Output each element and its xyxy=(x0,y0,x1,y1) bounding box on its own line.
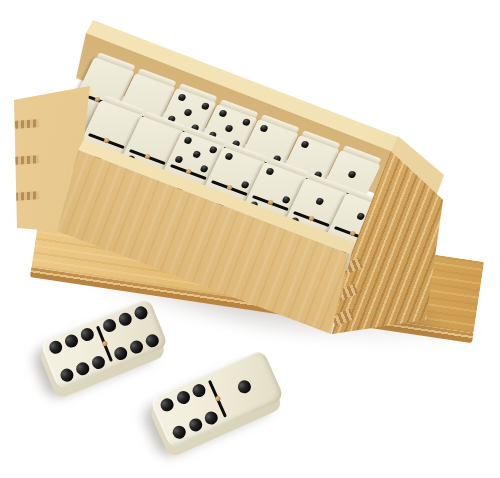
domino-pip xyxy=(225,151,235,160)
finger-joint xyxy=(15,155,39,165)
domino-pip xyxy=(79,326,96,343)
domino-pip xyxy=(128,339,145,356)
domino-pip xyxy=(132,305,149,322)
tile-thickness-edge xyxy=(307,173,349,193)
domino-pip xyxy=(144,332,161,349)
domino-pip xyxy=(203,410,220,427)
domino-pip xyxy=(174,155,184,164)
domino-pip xyxy=(63,333,80,350)
domino-pip xyxy=(209,145,219,154)
domino-pip xyxy=(158,396,175,413)
finger-joint xyxy=(15,119,39,129)
brass-spinner xyxy=(103,138,110,144)
finger-joint xyxy=(15,191,39,201)
domino-pip xyxy=(171,424,188,441)
domino-pip xyxy=(112,345,129,362)
dominoes-product-photo xyxy=(0,0,500,478)
brass-spinner xyxy=(267,200,274,206)
brass-spinner xyxy=(308,215,315,221)
domino-pip xyxy=(47,339,64,356)
domino-pip xyxy=(282,196,292,205)
domino-pip xyxy=(266,167,276,176)
domino-pip xyxy=(192,150,202,159)
domino-pip xyxy=(356,212,366,221)
tile-thickness-edge xyxy=(184,126,226,146)
brass-spinner xyxy=(349,231,356,237)
domino-pip xyxy=(241,180,251,189)
domino-pip xyxy=(184,136,194,145)
brass-spinner xyxy=(185,169,192,175)
domino-pip xyxy=(187,417,204,434)
domino-pip xyxy=(191,381,208,398)
brass-spinner xyxy=(226,184,233,190)
tile-thickness-edge xyxy=(225,142,267,162)
domino-pip xyxy=(74,360,91,377)
tile-thickness-edge xyxy=(266,157,308,177)
domino-pip xyxy=(117,311,134,328)
domino-pip xyxy=(101,317,118,334)
domino-pip xyxy=(236,378,253,395)
domino-pip xyxy=(174,389,191,406)
tile-thickness-edge xyxy=(143,111,185,131)
tile-thickness-edge xyxy=(102,95,144,115)
domino-pip xyxy=(315,197,325,206)
domino-pip xyxy=(200,165,210,174)
brass-spinner xyxy=(144,153,151,159)
domino-pip xyxy=(90,354,107,371)
domino-pip xyxy=(59,367,76,384)
